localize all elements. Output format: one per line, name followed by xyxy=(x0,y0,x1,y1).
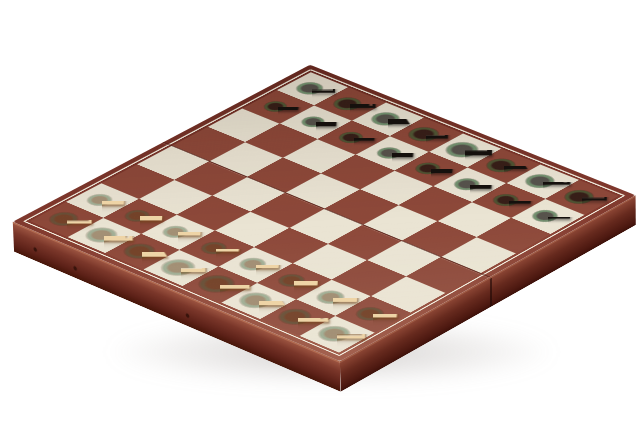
board-fold-seam-edge xyxy=(490,278,492,307)
chess-set-photo: ♜♞♝♛♚♝♞♜♟♟♟♟♟♟♟♟♟♟♟♟♟♟♟♟♜♞♝♛♚♝♞♜ xyxy=(0,0,640,427)
chess-board: ♜♞♝♛♚♝♞♜♟♟♟♟♟♟♟♟♟♟♟♟♟♟♟♟♜♞♝♛♚♝♞♜ xyxy=(13,65,636,362)
square-f6[interactable] xyxy=(398,186,472,221)
